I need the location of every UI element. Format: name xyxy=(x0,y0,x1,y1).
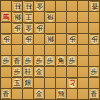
cell-9d[interactable]: 歩 xyxy=(1,34,12,45)
piece-glyph: 銀 xyxy=(47,36,54,43)
cell-5b[interactable]: 飛 xyxy=(45,12,56,23)
cell-1g[interactable]: 歩 xyxy=(89,67,100,78)
cell-3a[interactable] xyxy=(67,1,78,12)
cell-1b[interactable] xyxy=(89,12,100,23)
cell-8i[interactable] xyxy=(12,89,23,100)
piece-glyph: 銀 xyxy=(14,14,21,21)
cell-3i[interactable] xyxy=(67,89,78,100)
cell-7f[interactable]: 歩 xyxy=(23,56,34,67)
piece-glyph: 馬 xyxy=(3,14,10,21)
gote-piece-金[interactable]: 金 xyxy=(35,1,44,11)
cell-4c[interactable] xyxy=(56,23,67,34)
sente-piece-歩[interactable]: 歩 xyxy=(24,56,33,66)
cell-9a[interactable] xyxy=(1,1,12,12)
piece-glyph: 桂 xyxy=(25,69,32,76)
sente-piece-歩[interactable]: 歩 xyxy=(2,56,11,66)
cell-1a[interactable]: 香 xyxy=(89,1,100,12)
gote-piece-桂[interactable]: 桂 xyxy=(24,1,33,11)
sente-piece-香[interactable]: 香 xyxy=(90,89,99,99)
cell-4f[interactable]: 角 xyxy=(56,56,67,67)
sente-piece-玉[interactable]: 玉 xyxy=(13,78,22,88)
sente-piece-飛[interactable]: 飛 xyxy=(57,89,66,99)
piece-glyph: 歩 xyxy=(91,36,98,43)
cell-7c[interactable]: 金 xyxy=(23,23,34,34)
cell-8a[interactable]: 桂 xyxy=(12,1,23,12)
cell-7b[interactable]: 王 xyxy=(23,12,34,23)
cell-6b[interactable] xyxy=(34,12,45,23)
piece-glyph: 香 xyxy=(91,3,98,10)
cell-5g[interactable] xyxy=(45,67,56,78)
cell-2f[interactable] xyxy=(78,56,89,67)
piece-glyph: 歩 xyxy=(47,58,54,65)
piece-glyph: 歩 xyxy=(36,58,43,65)
gote-piece-歩[interactable]: 歩 xyxy=(2,34,11,44)
piece-glyph: 金 xyxy=(36,69,43,76)
cell-1i[interactable]: 香 xyxy=(89,89,100,100)
piece-glyph: と xyxy=(68,80,75,87)
gote-piece-銀[interactable]: 銀 xyxy=(46,34,55,44)
piece-glyph: 桂 xyxy=(25,3,32,10)
cell-7i[interactable] xyxy=(23,89,34,100)
sente-piece-桂[interactable]: 桂 xyxy=(24,67,33,77)
cell-4g[interactable] xyxy=(56,67,67,78)
cell-9b[interactable]: 馬 xyxy=(1,12,12,23)
piece-glyph: 銀 xyxy=(25,80,32,87)
gote-piece-王[interactable]: 王 xyxy=(24,12,33,22)
shogi-board: 桂桂金香馬銀王飛歩金歩歩歩銀歩歩歩香歩歩歩角歩歩桂金歩玉銀と香金飛香 xyxy=(0,0,100,100)
cell-9g[interactable] xyxy=(1,67,12,78)
cell-3g[interactable] xyxy=(67,67,78,78)
cell-2a[interactable] xyxy=(78,1,89,12)
cell-4i[interactable]: 飛 xyxy=(56,89,67,100)
cell-8d[interactable] xyxy=(12,34,23,45)
cell-6a[interactable]: 金 xyxy=(34,1,45,12)
piece-glyph: 飛 xyxy=(47,14,54,21)
promoted-sente-piece-馬[interactable]: 馬 xyxy=(2,12,11,22)
piece-glyph: 王 xyxy=(25,14,32,21)
cell-5e[interactable] xyxy=(45,45,56,56)
piece-glyph: 歩 xyxy=(69,36,76,43)
cell-4b[interactable] xyxy=(56,12,67,23)
piece-glyph: 金 xyxy=(36,3,43,10)
piece-glyph: 玉 xyxy=(14,80,21,87)
cell-3f[interactable]: 歩 xyxy=(67,56,78,67)
gote-piece-金[interactable]: 金 xyxy=(24,23,33,33)
cell-1h[interactable] xyxy=(89,78,100,89)
sente-piece-歩[interactable]: 歩 xyxy=(35,56,44,66)
cell-9i[interactable]: 香 xyxy=(1,89,12,100)
cell-8c[interactable]: 歩 xyxy=(12,23,23,34)
cell-2h[interactable] xyxy=(78,78,89,89)
cell-6f[interactable]: 歩 xyxy=(34,56,45,67)
piece-glyph: 香 xyxy=(3,91,10,98)
gote-piece-歩[interactable]: 歩 xyxy=(24,34,33,44)
cell-3b[interactable] xyxy=(67,12,78,23)
cell-8g[interactable]: 歩 xyxy=(12,67,23,78)
cell-3c[interactable] xyxy=(67,23,78,34)
piece-glyph: 歩 xyxy=(25,36,32,43)
cell-2c[interactable] xyxy=(78,23,89,34)
piece-glyph: 金 xyxy=(36,91,43,98)
cell-5i[interactable] xyxy=(45,89,56,100)
piece-glyph: 歩 xyxy=(36,25,43,32)
cell-9h[interactable] xyxy=(1,78,12,89)
cell-1d[interactable]: 歩 xyxy=(89,34,100,45)
cell-2i[interactable] xyxy=(78,89,89,100)
sente-piece-歩[interactable]: 歩 xyxy=(46,56,55,66)
piece-glyph: 歩 xyxy=(91,69,98,76)
cell-6i[interactable]: 金 xyxy=(34,89,45,100)
cell-2b[interactable] xyxy=(78,12,89,23)
cell-9f[interactable]: 歩 xyxy=(1,56,12,67)
piece-glyph: 桂 xyxy=(14,3,21,10)
sente-piece-歩[interactable]: 歩 xyxy=(13,67,22,77)
piece-glyph: 歩 xyxy=(3,36,10,43)
cell-9e[interactable] xyxy=(1,45,12,56)
cell-8f[interactable]: 香 xyxy=(12,56,23,67)
cell-1c[interactable] xyxy=(89,23,100,34)
piece-glyph: 歩 xyxy=(14,25,21,32)
piece-glyph: 歩 xyxy=(69,58,76,65)
cell-4h[interactable] xyxy=(56,78,67,89)
piece-glyph: 歩 xyxy=(25,58,32,65)
sente-piece-角[interactable]: 角 xyxy=(57,56,66,66)
cell-3e[interactable] xyxy=(67,45,78,56)
cell-5a[interactable] xyxy=(45,1,56,12)
gote-piece-歩[interactable]: 歩 xyxy=(13,23,22,33)
cell-7e[interactable] xyxy=(23,45,34,56)
cell-4e[interactable] xyxy=(56,45,67,56)
piece-glyph: 香 xyxy=(14,58,21,65)
cell-8h[interactable]: 玉 xyxy=(12,78,23,89)
cell-1f[interactable] xyxy=(89,56,100,67)
gote-piece-歩[interactable]: 歩 xyxy=(35,23,44,33)
piece-glyph: 歩 xyxy=(3,58,10,65)
cell-6c[interactable]: 歩 xyxy=(34,23,45,34)
shogi-app: 桂桂金香馬銀王飛歩金歩歩歩銀歩歩歩香歩歩歩角歩歩桂金歩玉銀と香金飛香 xyxy=(0,0,100,100)
gote-piece-桂[interactable]: 桂 xyxy=(13,1,22,11)
cell-5h[interactable] xyxy=(45,78,56,89)
cell-3d[interactable]: 歩 xyxy=(67,34,78,45)
cell-4d[interactable] xyxy=(56,34,67,45)
sente-piece-金[interactable]: 金 xyxy=(35,89,44,99)
sente-piece-香[interactable]: 香 xyxy=(13,56,22,66)
piece-glyph: 角 xyxy=(58,58,65,65)
gote-piece-歩[interactable]: 歩 xyxy=(90,34,99,44)
gote-piece-歩[interactable]: 歩 xyxy=(68,34,77,44)
cell-3h[interactable]: と xyxy=(67,78,78,89)
cell-8b[interactable]: 銀 xyxy=(12,12,23,23)
cell-6g[interactable]: 金 xyxy=(34,67,45,78)
sente-piece-香[interactable]: 香 xyxy=(2,89,11,99)
cell-9c[interactable] xyxy=(1,23,12,34)
piece-glyph: 金 xyxy=(25,25,32,32)
gote-piece-銀[interactable]: 銀 xyxy=(13,12,22,22)
promoted-gote-piece-と[interactable]: と xyxy=(68,78,77,88)
cell-7a[interactable]: 桂 xyxy=(23,1,34,12)
cell-6e[interactable] xyxy=(34,45,45,56)
piece-glyph: 歩 xyxy=(14,69,21,76)
cell-7h[interactable]: 銀 xyxy=(23,78,34,89)
cell-2e[interactable] xyxy=(78,45,89,56)
piece-glyph: 香 xyxy=(91,91,98,98)
cell-7d[interactable]: 歩 xyxy=(23,34,34,45)
sente-piece-金[interactable]: 金 xyxy=(35,67,44,77)
gote-piece-飛[interactable]: 飛 xyxy=(46,12,55,22)
sente-piece-歩[interactable]: 歩 xyxy=(90,67,99,77)
cell-5c[interactable] xyxy=(45,23,56,34)
cell-6h[interactable] xyxy=(34,78,45,89)
sente-piece-銀[interactable]: 銀 xyxy=(24,78,33,88)
cell-4a[interactable] xyxy=(56,1,67,12)
cell-1e[interactable] xyxy=(89,45,100,56)
piece-glyph: 飛 xyxy=(58,91,65,98)
cell-6d[interactable] xyxy=(34,34,45,45)
cell-7g[interactable]: 桂 xyxy=(23,67,34,78)
gote-piece-香[interactable]: 香 xyxy=(90,1,99,11)
cell-5d[interactable]: 銀 xyxy=(45,34,56,45)
cell-2g[interactable] xyxy=(78,67,89,78)
cell-5f[interactable]: 歩 xyxy=(45,56,56,67)
cell-8e[interactable] xyxy=(12,45,23,56)
sente-piece-歩[interactable]: 歩 xyxy=(68,56,77,66)
cell-2d[interactable] xyxy=(78,34,89,45)
